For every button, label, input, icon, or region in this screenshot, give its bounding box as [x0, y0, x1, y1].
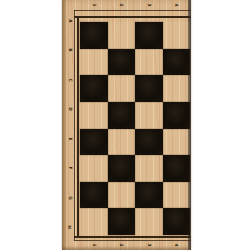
coordinate-label: 1: [92, 243, 96, 246]
folded-chessboard-photo: ABCDEFGH 1234 1234: [62, 0, 191, 250]
coordinate-label: G: [68, 196, 72, 200]
board-square-light: [135, 208, 163, 235]
board-square-light: [80, 155, 108, 182]
coordinate-label: 4: [174, 3, 178, 6]
board-square-light: [163, 22, 191, 49]
board-square-dark: [108, 155, 136, 182]
board-square-light: [80, 49, 108, 76]
frame-line-top-thick: [74, 16, 191, 18]
coordinate-label: 3: [147, 243, 151, 246]
board-square-dark: [135, 129, 163, 156]
coordinate-label: 1: [92, 3, 96, 6]
board-square-dark: [80, 182, 108, 209]
coordinate-label: 2: [119, 243, 123, 246]
board-square-light: [108, 129, 136, 156]
rank-number-labels-top: 1234: [80, 1, 190, 9]
coordinate-label: 4: [174, 243, 178, 246]
board-square-light: [108, 75, 136, 102]
coordinate-label: 3: [147, 3, 151, 6]
frame-line-left-thick: [77, 16, 79, 238]
board-square-light: [80, 208, 108, 235]
board-square-dark: [163, 208, 191, 235]
board-square-dark: [108, 208, 136, 235]
board-square-dark: [135, 182, 163, 209]
chessboard: [80, 22, 190, 235]
coordinate-label: 2: [119, 3, 123, 6]
board-square-light: [163, 75, 191, 102]
frame-line-top-thin: [74, 10, 191, 11]
board-square-light: [135, 49, 163, 76]
board-square-light: [163, 129, 191, 156]
coordinate-label: H: [68, 225, 72, 229]
coordinate-label: C: [68, 78, 72, 81]
coordinate-label: A: [68, 19, 72, 22]
board-square-light: [135, 155, 163, 182]
board-square-dark: [80, 22, 108, 49]
board-square-light: [135, 102, 163, 129]
board-square-light: [80, 102, 108, 129]
board-square-dark: [163, 155, 191, 182]
coordinate-label: F: [68, 167, 72, 170]
file-letter-labels: ABCDEFGH: [65, 18, 75, 230]
board-square-dark: [80, 129, 108, 156]
board-square-light: [163, 182, 191, 209]
board-square-dark: [135, 22, 163, 49]
coordinate-label: E: [68, 137, 72, 140]
frame-line-bottom-thick: [74, 236, 191, 238]
board-square-dark: [135, 75, 163, 102]
coordinate-label: B: [68, 49, 72, 52]
coordinate-label: D: [68, 107, 72, 111]
board-square-light: [108, 22, 136, 49]
board-square-dark: [108, 49, 136, 76]
board-square-light: [108, 182, 136, 209]
product-photo-background: ABCDEFGH 1234 1234: [0, 0, 250, 250]
board-square-dark: [163, 102, 191, 129]
board-square-dark: [80, 75, 108, 102]
rank-number-labels-bottom: 1234: [80, 241, 190, 249]
board-square-dark: [108, 102, 136, 129]
board-square-dark: [163, 49, 191, 76]
